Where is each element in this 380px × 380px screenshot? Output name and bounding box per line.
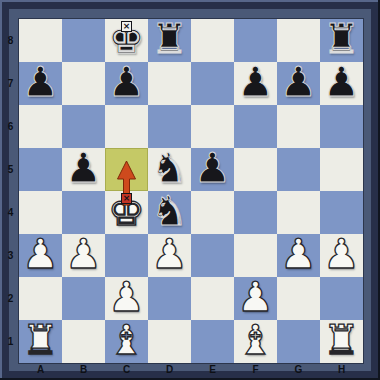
square-a7[interactable]: ♟ [19, 62, 62, 105]
rank-label-6: 6 [4, 105, 17, 148]
square-g6[interactable] [277, 105, 320, 148]
black-rook: ♜ [323, 19, 360, 60]
square-e4[interactable] [191, 191, 234, 234]
white-king: ♚ [108, 191, 145, 232]
chess-board-window: ♚♜♜♟♟♟♟♟♟♞♟♚♞♟♟♟♟♟♟♟♜♝♝♜ ×× 87654321ABCD… [0, 0, 380, 380]
white-pawn: ♟ [22, 234, 59, 275]
square-e5[interactable]: ♟ [191, 148, 234, 191]
square-a6[interactable] [19, 105, 62, 148]
square-e8[interactable] [191, 19, 234, 62]
square-f6[interactable] [234, 105, 277, 148]
square-d3[interactable]: ♟ [148, 234, 191, 277]
square-c3[interactable] [105, 234, 148, 277]
square-h2[interactable] [320, 277, 363, 320]
black-pawn: ♟ [22, 62, 59, 103]
file-label-d: D [148, 362, 191, 376]
square-c4[interactable]: ♚ [105, 191, 148, 234]
square-b5[interactable]: ♟ [62, 148, 105, 191]
square-d6[interactable] [148, 105, 191, 148]
file-label-h: H [320, 362, 363, 376]
black-knight: ♞ [151, 148, 188, 189]
square-b4[interactable] [62, 191, 105, 234]
square-g2[interactable] [277, 277, 320, 320]
white-bishop: ♝ [237, 320, 274, 361]
rank-label-8: 8 [4, 19, 17, 62]
rank-label-5: 5 [4, 148, 17, 191]
square-d7[interactable] [148, 62, 191, 105]
square-h7[interactable]: ♟ [320, 62, 363, 105]
white-rook: ♜ [323, 320, 360, 361]
square-f1[interactable]: ♝ [234, 320, 277, 363]
square-e6[interactable] [191, 105, 234, 148]
black-king: ♚ [108, 19, 145, 60]
square-h4[interactable] [320, 191, 363, 234]
square-h5[interactable] [320, 148, 363, 191]
square-b2[interactable] [62, 277, 105, 320]
square-b3[interactable]: ♟ [62, 234, 105, 277]
square-f5[interactable] [234, 148, 277, 191]
white-rook: ♜ [22, 320, 59, 361]
file-label-g: G [277, 362, 320, 376]
square-b6[interactable] [62, 105, 105, 148]
square-h1[interactable]: ♜ [320, 320, 363, 363]
square-f2[interactable]: ♟ [234, 277, 277, 320]
square-c7[interactable]: ♟ [105, 62, 148, 105]
white-pawn: ♟ [280, 234, 317, 275]
black-pawn: ♟ [237, 62, 274, 103]
square-d5[interactable]: ♞ [148, 148, 191, 191]
square-c5[interactable] [105, 148, 148, 191]
rank-label-4: 4 [4, 191, 17, 234]
rank-label-2: 2 [4, 277, 17, 320]
square-g4[interactable] [277, 191, 320, 234]
file-label-a: A [19, 362, 62, 376]
square-d1[interactable] [148, 320, 191, 363]
square-g7[interactable]: ♟ [277, 62, 320, 105]
square-h6[interactable] [320, 105, 363, 148]
white-pawn: ♟ [151, 234, 188, 275]
square-a4[interactable] [19, 191, 62, 234]
square-a1[interactable]: ♜ [19, 320, 62, 363]
square-h3[interactable]: ♟ [320, 234, 363, 277]
white-pawn: ♟ [108, 277, 145, 318]
rank-label-3: 3 [4, 234, 17, 277]
square-c1[interactable]: ♝ [105, 320, 148, 363]
square-f4[interactable] [234, 191, 277, 234]
black-rook: ♜ [151, 19, 188, 60]
frame-bevel-top [0, 0, 380, 2]
black-pawn: ♟ [323, 62, 360, 103]
square-g3[interactable]: ♟ [277, 234, 320, 277]
white-pawn: ♟ [323, 234, 360, 275]
black-pawn: ♟ [280, 62, 317, 103]
rank-label-7: 7 [4, 62, 17, 105]
black-pawn: ♟ [108, 62, 145, 103]
square-f8[interactable] [234, 19, 277, 62]
square-a8[interactable] [19, 19, 62, 62]
frame-bevel-left [0, 0, 2, 380]
black-pawn: ♟ [65, 148, 102, 189]
file-label-c: C [105, 362, 148, 376]
square-e3[interactable] [191, 234, 234, 277]
rank-label-1: 1 [4, 320, 17, 363]
square-d2[interactable] [148, 277, 191, 320]
square-b1[interactable] [62, 320, 105, 363]
square-a2[interactable] [19, 277, 62, 320]
chess-board[interactable]: ♚♜♜♟♟♟♟♟♟♞♟♚♞♟♟♟♟♟♟♟♜♝♝♜ [19, 19, 363, 363]
white-bishop: ♝ [108, 320, 145, 361]
square-f3[interactable] [234, 234, 277, 277]
square-c6[interactable] [105, 105, 148, 148]
square-c2[interactable]: ♟ [105, 277, 148, 320]
square-d4[interactable]: ♞ [148, 191, 191, 234]
square-a5[interactable] [19, 148, 62, 191]
square-a3[interactable]: ♟ [19, 234, 62, 277]
square-f7[interactable]: ♟ [234, 62, 277, 105]
square-b8[interactable] [62, 19, 105, 62]
square-e7[interactable] [191, 62, 234, 105]
square-g5[interactable] [277, 148, 320, 191]
square-g8[interactable] [277, 19, 320, 62]
white-pawn: ♟ [237, 277, 274, 318]
black-knight: ♞ [151, 191, 188, 232]
file-label-b: B [62, 362, 105, 376]
square-e2[interactable] [191, 277, 234, 320]
square-b7[interactable] [62, 62, 105, 105]
square-h8[interactable]: ♜ [320, 19, 363, 62]
square-g1[interactable] [277, 320, 320, 363]
square-d8[interactable]: ♜ [148, 19, 191, 62]
file-label-e: E [191, 362, 234, 376]
square-e1[interactable] [191, 320, 234, 363]
square-c8[interactable]: ♚ [105, 19, 148, 62]
black-pawn: ♟ [194, 148, 231, 189]
white-pawn: ♟ [65, 234, 102, 275]
file-label-f: F [234, 362, 277, 376]
